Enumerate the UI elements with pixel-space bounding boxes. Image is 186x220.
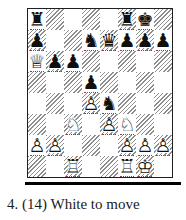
square-e4[interactable]: ♞♞ xyxy=(100,93,118,114)
square-h2[interactable]: ♟♙ xyxy=(154,135,172,156)
black-pawn: ♟♟ xyxy=(154,30,172,51)
square-e5[interactable] xyxy=(100,72,118,93)
black-pawn: ♟♟ xyxy=(82,72,100,93)
square-a6[interactable]: ♛♕ xyxy=(28,51,46,72)
square-h1[interactable] xyxy=(154,156,172,177)
square-c5[interactable] xyxy=(64,72,82,93)
square-e6[interactable] xyxy=(100,51,118,72)
square-e2[interactable] xyxy=(100,135,118,156)
square-g3[interactable] xyxy=(136,114,154,135)
square-d8[interactable] xyxy=(82,9,100,30)
white-rook: ♜♖ xyxy=(118,156,136,177)
square-e3[interactable]: ♟♙ xyxy=(100,114,118,135)
black-knight: ♞♞ xyxy=(100,93,118,114)
square-d7[interactable]: ♞♞ xyxy=(82,30,100,51)
square-g5[interactable] xyxy=(136,72,154,93)
square-h3[interactable] xyxy=(154,114,172,135)
square-g6[interactable] xyxy=(136,51,154,72)
square-b5[interactable] xyxy=(46,72,64,93)
square-c3[interactable]: ♞♘ xyxy=(64,114,82,135)
square-h7[interactable]: ♟♟ xyxy=(154,30,172,51)
square-c8[interactable] xyxy=(64,9,82,30)
white-rook: ♜♖ xyxy=(64,156,82,177)
square-f5[interactable] xyxy=(118,72,136,93)
square-d4[interactable]: ♟♙ xyxy=(82,93,100,114)
square-g7[interactable]: ♟♟ xyxy=(136,30,154,51)
square-d2[interactable] xyxy=(82,135,100,156)
square-f7[interactable]: ♟♟ xyxy=(118,30,136,51)
square-d5[interactable]: ♟♟ xyxy=(82,72,100,93)
white-pawn: ♟♙ xyxy=(136,135,154,156)
square-h6[interactable] xyxy=(154,51,172,72)
square-b4[interactable] xyxy=(46,93,64,114)
black-pawn: ♟♟ xyxy=(136,30,154,51)
square-b2[interactable]: ♟♙ xyxy=(46,135,64,156)
square-h4[interactable] xyxy=(154,93,172,114)
square-h5[interactable] xyxy=(154,72,172,93)
square-c2[interactable] xyxy=(64,135,82,156)
square-a5[interactable] xyxy=(28,72,46,93)
white-pawn: ♟♙ xyxy=(82,93,100,114)
black-pawn: ♟♟ xyxy=(118,30,136,51)
black-rook: ♜♜ xyxy=(28,9,46,30)
square-f2[interactable]: ♟♙ xyxy=(118,135,136,156)
square-f3[interactable]: ♞♘ xyxy=(118,114,136,135)
square-d6[interactable] xyxy=(82,51,100,72)
white-pawn: ♟♙ xyxy=(46,135,64,156)
square-a8[interactable]: ♜♜ xyxy=(28,9,46,30)
white-pawn: ♟♙ xyxy=(100,114,118,135)
square-g4[interactable] xyxy=(136,93,154,114)
board-bottom-rule xyxy=(25,182,181,185)
square-g8[interactable]: ♚♚ xyxy=(136,9,154,30)
square-c6[interactable]: ♟♟ xyxy=(64,51,82,72)
square-f6[interactable] xyxy=(118,51,136,72)
black-queen: ♛♛ xyxy=(100,30,118,51)
square-e7[interactable]: ♛♛ xyxy=(100,30,118,51)
square-a7[interactable]: ♟♟ xyxy=(28,30,46,51)
square-c7[interactable] xyxy=(64,30,82,51)
square-e1[interactable] xyxy=(100,156,118,177)
square-a2[interactable]: ♟♙ xyxy=(28,135,46,156)
square-b7[interactable] xyxy=(46,30,64,51)
black-knight: ♞♞ xyxy=(82,30,100,51)
white-king: ♚♔ xyxy=(136,156,154,177)
square-f4[interactable] xyxy=(118,93,136,114)
square-f1[interactable]: ♜♖ xyxy=(118,156,136,177)
white-pawn: ♟♙ xyxy=(154,135,172,156)
square-c1[interactable]: ♜♖ xyxy=(64,156,82,177)
square-g2[interactable]: ♟♙ xyxy=(136,135,154,156)
white-pawn: ♟♙ xyxy=(28,135,46,156)
diagram-caption: 4. (14) White to move xyxy=(7,195,183,214)
white-queen: ♛♕ xyxy=(28,51,46,72)
black-pawn: ♟♟ xyxy=(46,51,64,72)
chess-board: ♜♜♜♜♚♚♟♟♞♞♛♛♟♟♟♟♟♟♛♕♟♟♟♟♟♟♟♙♞♞♞♘♟♙♞♘♟♙♟♙… xyxy=(27,8,173,178)
square-b8[interactable] xyxy=(46,9,64,30)
black-rook: ♜♜ xyxy=(118,9,136,30)
square-b1[interactable] xyxy=(46,156,64,177)
square-c4[interactable] xyxy=(64,93,82,114)
square-d1[interactable] xyxy=(82,156,100,177)
black-pawn: ♟♟ xyxy=(64,51,82,72)
black-pawn: ♟♟ xyxy=(28,30,46,51)
black-king: ♚♚ xyxy=(136,9,154,30)
square-a1[interactable] xyxy=(28,156,46,177)
square-h8[interactable] xyxy=(154,9,172,30)
square-a3[interactable] xyxy=(28,114,46,135)
white-knight: ♞♘ xyxy=(118,114,136,135)
square-a4[interactable] xyxy=(28,93,46,114)
square-b6[interactable]: ♟♟ xyxy=(46,51,64,72)
square-g1[interactable]: ♚♔ xyxy=(136,156,154,177)
white-knight: ♞♘ xyxy=(64,114,82,135)
white-pawn: ♟♙ xyxy=(118,135,136,156)
square-e8[interactable] xyxy=(100,9,118,30)
square-b3[interactable] xyxy=(46,114,64,135)
square-f8[interactable]: ♜♜ xyxy=(118,9,136,30)
square-d3[interactable] xyxy=(82,114,100,135)
